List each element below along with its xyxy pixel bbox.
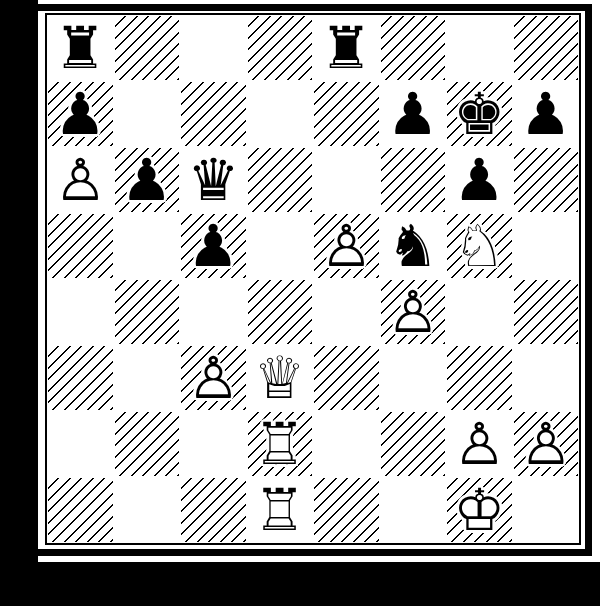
square-f5[interactable]: ♞♞	[380, 213, 447, 279]
square-h1[interactable]	[513, 477, 580, 543]
square-a8[interactable]: ♜♜	[47, 15, 114, 81]
piece-black-queen[interactable]: ♛♛	[180, 147, 247, 213]
square-a7[interactable]: ♟♟	[47, 81, 114, 147]
square-b3[interactable]	[114, 345, 181, 411]
piece-glyph: ♙	[380, 279, 447, 345]
piece-black-pawn[interactable]: ♟♟	[513, 81, 580, 147]
piece-black-pawn[interactable]: ♟♟	[180, 213, 247, 279]
square-a1[interactable]	[47, 477, 114, 543]
square-b5[interactable]	[114, 213, 181, 279]
piece-glyph: ♙	[313, 213, 380, 279]
piece-glyph: ♟	[446, 147, 513, 213]
square-f7[interactable]: ♟♟	[380, 81, 447, 147]
square-b1[interactable]	[114, 477, 181, 543]
square-d2[interactable]: ♜♖	[247, 411, 314, 477]
square-a5[interactable]	[47, 213, 114, 279]
square-g2[interactable]: ♟♙	[446, 411, 513, 477]
square-g1[interactable]: ♚♔	[446, 477, 513, 543]
square-g7[interactable]: ♚♚	[446, 81, 513, 147]
square-d6[interactable]	[247, 147, 314, 213]
piece-glyph: ♚	[446, 81, 513, 147]
piece-black-rook[interactable]: ♜♜	[313, 15, 380, 81]
square-g5[interactable]: ♞♘	[446, 213, 513, 279]
square-g8[interactable]	[446, 15, 513, 81]
piece-white-rook[interactable]: ♜♖	[247, 477, 314, 543]
square-c3[interactable]: ♟♙	[180, 345, 247, 411]
piece-black-king[interactable]: ♚♚	[446, 81, 513, 147]
square-a6[interactable]: ♟♙	[47, 147, 114, 213]
square-e8[interactable]: ♜♜	[313, 15, 380, 81]
piece-black-knight[interactable]: ♞♞	[380, 213, 447, 279]
piece-glyph: ♙	[446, 411, 513, 477]
square-h8[interactable]	[513, 15, 580, 81]
square-b4[interactable]	[114, 279, 181, 345]
square-c2[interactable]	[180, 411, 247, 477]
piece-black-pawn[interactable]: ♟♟	[114, 147, 181, 213]
square-b8[interactable]	[114, 15, 181, 81]
piece-glyph: ♕	[247, 345, 314, 411]
piece-white-rook[interactable]: ♜♖	[247, 411, 314, 477]
piece-white-pawn[interactable]: ♟♙	[47, 147, 114, 213]
piece-black-pawn[interactable]: ♟♟	[47, 81, 114, 147]
piece-glyph: ♙	[180, 345, 247, 411]
square-h2[interactable]: ♟♙	[513, 411, 580, 477]
square-c5[interactable]: ♟♟	[180, 213, 247, 279]
square-g4[interactable]	[446, 279, 513, 345]
square-e6[interactable]	[313, 147, 380, 213]
square-d5[interactable]	[247, 213, 314, 279]
square-c1[interactable]	[180, 477, 247, 543]
piece-glyph: ♜	[313, 15, 380, 81]
square-b7[interactable]	[114, 81, 181, 147]
piece-black-pawn[interactable]: ♟♟	[446, 147, 513, 213]
piece-glyph: ♟	[380, 81, 447, 147]
square-d3[interactable]: ♛♕	[247, 345, 314, 411]
square-f4[interactable]: ♟♙	[380, 279, 447, 345]
square-f3[interactable]	[380, 345, 447, 411]
piece-glyph: ♛	[180, 147, 247, 213]
square-e2[interactable]	[313, 411, 380, 477]
square-b6[interactable]: ♟♟	[114, 147, 181, 213]
square-d4[interactable]	[247, 279, 314, 345]
square-h4[interactable]	[513, 279, 580, 345]
square-h6[interactable]	[513, 147, 580, 213]
piece-black-pawn[interactable]: ♟♟	[380, 81, 447, 147]
square-h7[interactable]: ♟♟	[513, 81, 580, 147]
square-a2[interactable]	[47, 411, 114, 477]
piece-white-pawn[interactable]: ♟♙	[380, 279, 447, 345]
diagram-paper: ♜♜♜♜♟♟♟♟♚♚♟♟♟♙♟♟♛♛♟♟♟♟♟♙♞♞♞♘♟♙♟♙♛♕♜♖♟♙♟♙…	[38, 0, 600, 562]
square-c8[interactable]	[180, 15, 247, 81]
square-e1[interactable]	[313, 477, 380, 543]
piece-glyph: ♙	[47, 147, 114, 213]
piece-glyph: ♘	[446, 213, 513, 279]
piece-glyph: ♔	[446, 477, 513, 543]
piece-white-pawn[interactable]: ♟♙	[180, 345, 247, 411]
square-e3[interactable]	[313, 345, 380, 411]
square-d1[interactable]: ♜♖	[247, 477, 314, 543]
square-h3[interactable]	[513, 345, 580, 411]
piece-glyph: ♙	[513, 411, 580, 477]
piece-white-queen[interactable]: ♛♕	[247, 345, 314, 411]
piece-glyph: ♟	[180, 213, 247, 279]
square-f8[interactable]	[380, 15, 447, 81]
square-a3[interactable]	[47, 345, 114, 411]
square-d7[interactable]	[247, 81, 314, 147]
square-f6[interactable]	[380, 147, 447, 213]
piece-glyph: ♟	[47, 81, 114, 147]
square-f2[interactable]	[380, 411, 447, 477]
piece-white-pawn[interactable]: ♟♙	[446, 411, 513, 477]
square-c7[interactable]	[180, 81, 247, 147]
piece-glyph: ♟	[114, 147, 181, 213]
piece-white-pawn[interactable]: ♟♙	[513, 411, 580, 477]
square-d8[interactable]	[247, 15, 314, 81]
chess-board: ♜♜♜♜♟♟♟♟♚♚♟♟♟♙♟♟♛♛♟♟♟♟♟♙♞♞♞♘♟♙♟♙♛♕♜♖♟♙♟♙…	[45, 13, 581, 545]
square-c6[interactable]: ♛♛	[180, 147, 247, 213]
piece-glyph: ♜	[47, 15, 114, 81]
square-h5[interactable]	[513, 213, 580, 279]
square-e7[interactable]	[313, 81, 380, 147]
piece-white-king[interactable]: ♚♔	[446, 477, 513, 543]
piece-glyph: ♞	[380, 213, 447, 279]
piece-white-pawn[interactable]: ♟♙	[313, 213, 380, 279]
square-b2[interactable]	[114, 411, 181, 477]
square-e4[interactable]	[313, 279, 380, 345]
piece-black-rook[interactable]: ♜♜	[47, 15, 114, 81]
square-g3[interactable]	[446, 345, 513, 411]
piece-glyph: ♟	[513, 81, 580, 147]
piece-glyph: ♖	[247, 477, 314, 543]
piece-glyph: ♖	[247, 411, 314, 477]
square-c4[interactable]	[180, 279, 247, 345]
square-a4[interactable]	[47, 279, 114, 345]
piece-white-knight[interactable]: ♞♘	[446, 213, 513, 279]
square-f1[interactable]	[380, 477, 447, 543]
square-g6[interactable]: ♟♟	[446, 147, 513, 213]
square-e5[interactable]: ♟♙	[313, 213, 380, 279]
page-background: ♜♜♜♜♟♟♟♟♚♚♟♟♟♙♟♟♛♛♟♟♟♟♟♙♞♞♞♘♟♙♟♙♛♕♜♖♟♙♟♙…	[0, 0, 600, 606]
